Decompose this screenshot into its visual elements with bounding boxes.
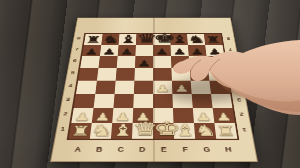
rank-label-left-5: 5 [66,67,80,80]
piece-bN-b8[interactable]: ♞ [101,34,119,44]
piece-slot-f7: ♟ [171,45,189,56]
piece-bP-g7[interactable]: ♟ [188,48,206,56]
file-label-E: E [153,142,175,157]
piece-bP-b7[interactable]: ♟ [100,48,118,56]
piece-wP-b2[interactable]: ♟ [92,112,113,122]
piece-slot-h1: ♜ [214,123,237,139]
piece-slot-e8: ♚ [153,34,170,45]
piece-bB-c8[interactable]: ♝ [119,34,137,45]
piece-slot-a7: ♟ [82,45,101,56]
piece-slot-d6: ♟ [135,56,153,68]
chess-photo-scene: 8765432187654321ABCDEFGH ♜♞♝♛♚♝♞♜♟♟♟♟♟♟♟… [0,0,300,168]
piece-wB-c1[interactable]: ♝ [111,122,133,138]
piece-bP-h7[interactable]: ♟ [206,48,225,56]
piece-wP-g2[interactable]: ♟ [193,112,214,122]
piece-slot-h7: ♟ [205,45,224,56]
piece-wQ-d1[interactable]: ♛ [132,120,153,138]
piece-wN-g1[interactable]: ♞ [194,123,216,138]
rank-label-left-8: 8 [72,33,85,44]
piece-slot-b1: ♞ [90,123,112,139]
rank-label-right-6: 6 [226,55,240,67]
square-e5[interactable] [153,68,172,81]
square-b4[interactable] [95,81,115,94]
piece-slot-a2: ♟ [71,108,93,123]
piece-slot-b7: ♟ [100,45,119,56]
file-label-F: F [174,142,196,157]
piece-wP-h2[interactable]: ♟ [213,112,235,122]
square-b6[interactable] [98,56,117,68]
piece-slot-h8: ♜ [204,34,223,45]
square-f6[interactable] [171,56,190,68]
file-label-B: B [88,142,111,157]
piece-bP-e7[interactable]: ♟ [153,48,171,56]
piece-slot-c8: ♝ [119,34,137,45]
piece-slot-b2: ♟ [92,108,114,123]
file-label-D: D [131,142,153,157]
square-c5[interactable] [116,68,135,81]
piece-slot-e1: ♚ [153,123,174,139]
file-label-C: C [109,142,131,157]
piece-wR-a1[interactable]: ♜ [69,125,92,138]
square-b3[interactable] [94,94,115,108]
piece-slot-g7: ♟ [188,45,207,56]
rank-label-right-7: 7 [224,44,237,55]
square-c6[interactable] [117,56,136,68]
rank-label-right-2: 2 [234,107,249,122]
piece-slot-c1: ♝ [111,123,133,139]
square-g6[interactable] [189,56,208,68]
square-d4[interactable] [134,81,153,94]
file-label-H: H [217,142,241,157]
piece-wN-b1[interactable]: ♞ [90,123,112,138]
square-a5[interactable] [78,68,98,81]
square-e6[interactable] [153,56,171,68]
square-c4[interactable] [115,81,135,94]
piece-wP-a2[interactable]: ♟ [71,112,93,122]
rank-label-right-8: 8 [222,33,235,44]
piece-slot-c7: ♟ [118,45,136,56]
piece-bR-h8[interactable]: ♜ [204,35,222,44]
piece-wK-e1[interactable]: ♚ [153,119,174,138]
rank-label-left-6: 6 [68,55,82,67]
square-h6[interactable] [207,56,227,68]
piece-slot-a8: ♜ [84,34,103,45]
piece-slot-a1: ♜ [69,123,92,139]
piece-slot-g1: ♞ [194,123,216,139]
square-a3[interactable] [74,94,96,108]
piece-bR-a8[interactable]: ♜ [84,35,102,44]
piece-bP-a7[interactable]: ♟ [82,48,101,56]
square-d3[interactable] [133,94,153,108]
piece-bN-g8[interactable]: ♞ [187,34,205,44]
piece-slot-d1: ♛ [132,123,153,139]
piece-slot-h2: ♟ [213,108,235,123]
square-c3[interactable] [113,94,133,108]
file-label-A: A [66,142,90,157]
square-b5[interactable] [97,68,117,81]
piece-slot-e7: ♟ [153,45,171,56]
piece-bQ-d8[interactable]: ♛ [136,32,153,44]
rank-label-left-3: 3 [60,93,75,107]
piece-slot-f1: ♝ [174,123,196,139]
rank-label-left-4: 4 [63,79,77,92]
rank-label-right-1: 1 [236,122,252,138]
piece-bP-d6[interactable]: ♟ [135,59,153,67]
piece-bP-f7[interactable]: ♟ [171,48,189,56]
square-d5[interactable] [134,68,153,81]
piece-slot-d8: ♛ [136,34,153,45]
rank-label-left-7: 7 [70,44,83,55]
piece-slot-g8: ♞ [187,34,205,45]
file-label-G: G [195,142,218,157]
piece-bP-c7[interactable]: ♟ [118,48,136,56]
square-d7[interactable] [135,45,153,56]
square-a6[interactable] [80,56,100,68]
piece-wR-h1[interactable]: ♜ [215,125,238,138]
square-a4[interactable] [76,81,97,94]
piece-slot-b8: ♞ [101,34,119,45]
rank-label-left-2: 2 [58,107,73,122]
piece-slot-g2: ♟ [193,108,215,123]
